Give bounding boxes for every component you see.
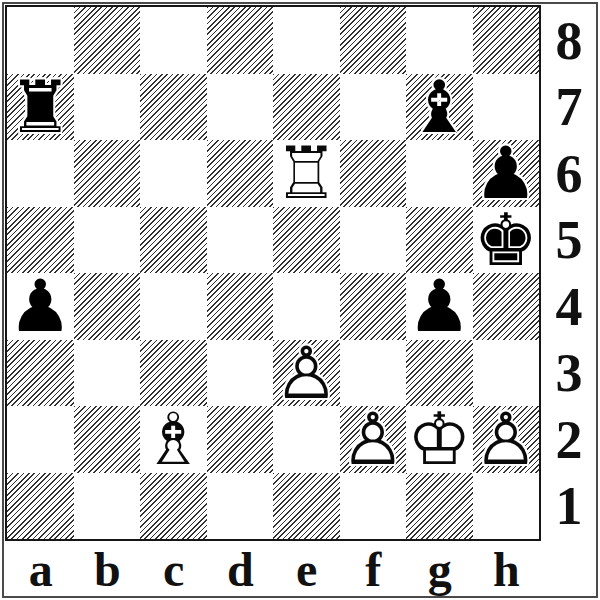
square-e3: ♟︎♙︎ bbox=[273, 340, 340, 407]
square-h4 bbox=[473, 273, 540, 340]
piece-outline: ♙︎ bbox=[273, 340, 340, 407]
square-f6 bbox=[340, 140, 407, 207]
piece-outline: ♗︎ bbox=[140, 406, 207, 473]
square-a1 bbox=[7, 473, 74, 540]
square-a3 bbox=[7, 340, 74, 407]
file-label-h: h bbox=[473, 542, 540, 596]
file-label-d: d bbox=[207, 542, 274, 596]
square-h2: ♟︎♙︎ bbox=[473, 406, 540, 473]
rank-label-1: 1 bbox=[542, 473, 596, 540]
file-label-g: g bbox=[407, 542, 474, 596]
piece-white-rook: ♜︎♖︎ bbox=[273, 140, 340, 207]
square-a4: ♟︎ bbox=[7, 273, 74, 340]
rank-label-2: 2 bbox=[542, 407, 596, 474]
piece-white-bishop: ♝︎♗︎ bbox=[140, 406, 207, 473]
square-g1 bbox=[406, 473, 473, 540]
rank-label-4: 4 bbox=[542, 274, 596, 341]
square-f5 bbox=[340, 207, 407, 274]
piece-glyph: ♟︎ bbox=[473, 140, 540, 207]
piece-outline: ♙︎ bbox=[340, 406, 407, 473]
piece-outline: ♔︎ bbox=[406, 406, 473, 473]
file-label-a: a bbox=[8, 542, 75, 596]
square-d7 bbox=[207, 74, 274, 141]
square-f2: ♟︎♙︎ bbox=[340, 406, 407, 473]
square-b2 bbox=[74, 406, 141, 473]
square-e2 bbox=[273, 406, 340, 473]
square-f1 bbox=[340, 473, 407, 540]
square-b8 bbox=[74, 7, 141, 74]
square-d6 bbox=[207, 140, 274, 207]
square-g4: ♟︎ bbox=[406, 273, 473, 340]
file-label-c: c bbox=[141, 542, 208, 596]
square-d2 bbox=[207, 406, 274, 473]
square-b7 bbox=[74, 74, 141, 141]
piece-glyph: ♝︎ bbox=[406, 74, 473, 141]
square-e1 bbox=[273, 473, 340, 540]
square-c8 bbox=[140, 7, 207, 74]
piece-white-pawn: ♟︎♙︎ bbox=[340, 406, 407, 473]
square-b1 bbox=[74, 473, 141, 540]
piece-black-pawn: ♟︎ bbox=[473, 140, 540, 207]
square-d3 bbox=[207, 340, 274, 407]
square-c1 bbox=[140, 473, 207, 540]
square-e4 bbox=[273, 273, 340, 340]
board-grid: ♜︎♝︎♜︎♖︎♟︎♚︎♟︎♟︎♟︎♙︎♝︎♗︎♟︎♙︎♚︎♔︎♟︎♙︎ bbox=[7, 7, 539, 539]
chess-board: ♜︎♝︎♜︎♖︎♟︎♚︎♟︎♟︎♟︎♙︎♝︎♗︎♟︎♙︎♚︎♔︎♟︎♙︎ bbox=[5, 5, 541, 541]
square-a8 bbox=[7, 7, 74, 74]
square-h5: ♚︎ bbox=[473, 207, 540, 274]
square-b4 bbox=[74, 273, 141, 340]
square-b6 bbox=[74, 140, 141, 207]
square-d5 bbox=[207, 207, 274, 274]
rank-label-5: 5 bbox=[542, 207, 596, 274]
rank-label-8: 8 bbox=[542, 8, 596, 75]
piece-glyph: ♚︎ bbox=[473, 207, 540, 274]
square-a2 bbox=[7, 406, 74, 473]
square-g2: ♚︎♔︎ bbox=[406, 406, 473, 473]
file-label-f: f bbox=[340, 542, 407, 596]
piece-black-king: ♚︎ bbox=[473, 207, 540, 274]
square-f4 bbox=[340, 273, 407, 340]
square-f8 bbox=[340, 7, 407, 74]
square-e8 bbox=[273, 7, 340, 74]
square-a7: ♜︎ bbox=[7, 74, 74, 141]
square-c6 bbox=[140, 140, 207, 207]
piece-outline: ♖︎ bbox=[273, 140, 340, 207]
piece-white-pawn: ♟︎♙︎ bbox=[273, 340, 340, 407]
square-c2: ♝︎♗︎ bbox=[140, 406, 207, 473]
square-h8 bbox=[473, 7, 540, 74]
square-b3 bbox=[74, 340, 141, 407]
square-e6: ♜︎♖︎ bbox=[273, 140, 340, 207]
square-h6: ♟︎ bbox=[473, 140, 540, 207]
square-a6 bbox=[7, 140, 74, 207]
square-g8 bbox=[406, 7, 473, 74]
square-d1 bbox=[207, 473, 274, 540]
file-label-b: b bbox=[74, 542, 141, 596]
piece-glyph: ♟︎ bbox=[7, 273, 74, 340]
square-d8 bbox=[207, 7, 274, 74]
square-g7: ♝︎ bbox=[406, 74, 473, 141]
square-d4 bbox=[207, 273, 274, 340]
square-g6 bbox=[406, 140, 473, 207]
rank-label-7: 7 bbox=[542, 74, 596, 141]
rank-label-6: 6 bbox=[542, 141, 596, 208]
piece-glyph: ♟︎ bbox=[406, 273, 473, 340]
file-label-e: e bbox=[274, 542, 341, 596]
square-c4 bbox=[140, 273, 207, 340]
piece-outline: ♙︎ bbox=[473, 406, 540, 473]
piece-glyph: ♜︎ bbox=[7, 74, 74, 141]
piece-black-pawn: ♟︎ bbox=[7, 273, 74, 340]
piece-black-bishop: ♝︎ bbox=[406, 74, 473, 141]
square-h1 bbox=[473, 473, 540, 540]
piece-black-rook: ♜︎ bbox=[7, 74, 74, 141]
square-f7 bbox=[340, 74, 407, 141]
piece-white-king: ♚︎♔︎ bbox=[406, 406, 473, 473]
rank-label-3: 3 bbox=[542, 340, 596, 407]
chess-diagram: ♜︎♝︎♜︎♖︎♟︎♚︎♟︎♟︎♟︎♙︎♝︎♗︎♟︎♙︎♚︎♔︎♟︎♙︎ 876… bbox=[0, 0, 600, 600]
square-c7 bbox=[140, 74, 207, 141]
square-c5 bbox=[140, 207, 207, 274]
square-e5 bbox=[273, 207, 340, 274]
piece-white-pawn: ♟︎♙︎ bbox=[473, 406, 540, 473]
piece-black-pawn: ♟︎ bbox=[406, 273, 473, 340]
square-b5 bbox=[74, 207, 141, 274]
